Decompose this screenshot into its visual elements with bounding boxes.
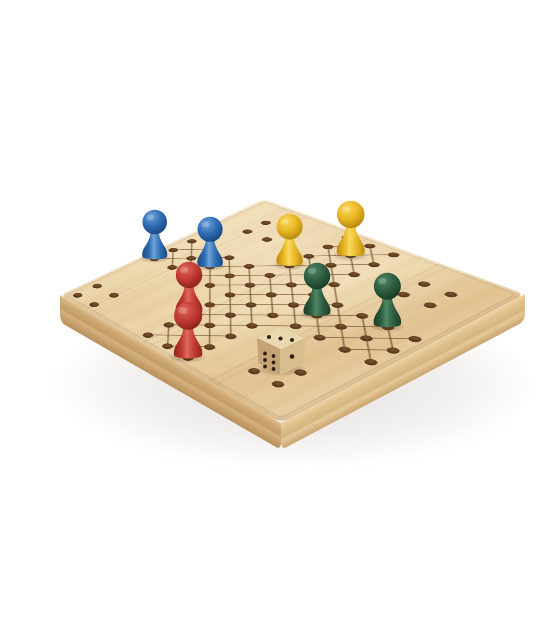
peg-yellow-2[interactable]: [332, 200, 369, 260]
peg-green-1[interactable]: [299, 262, 335, 320]
pieces-layer: [0, 0, 540, 630]
peg-blue-1[interactable]: [138, 209, 171, 263]
peg-red-2[interactable]: [169, 301, 207, 362]
die[interactable]: [256, 326, 306, 376]
peg-green-2[interactable]: [369, 272, 406, 331]
scene: [0, 0, 540, 630]
